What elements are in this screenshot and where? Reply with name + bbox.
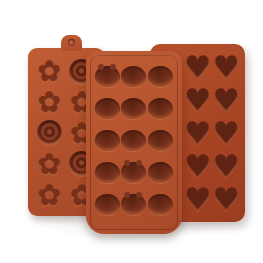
heart-glyph: ♥ [184, 118, 211, 148]
cavity-daisy: ✿ [38, 88, 61, 116]
cavity-crab [148, 66, 173, 87]
cavity-heart: ♥ [184, 118, 211, 148]
cavity-daisy: ✿ [38, 150, 61, 178]
cavity-rose [37, 120, 62, 145]
heart-glyph: ♥ [212, 52, 239, 82]
cavity-snail [148, 194, 173, 215]
hanging-tab [61, 35, 82, 51]
daisy-glyph: ✿ [38, 181, 61, 209]
heart-glyph: ♥ [184, 52, 211, 82]
cavity-heart: ♥ [212, 151, 239, 181]
cavity-bear [121, 194, 146, 215]
daisy-glyph: ✿ [38, 88, 61, 116]
cavity-bear [121, 162, 146, 183]
cavity-squirrel [95, 98, 120, 119]
heart-glyph: ♥ [184, 184, 211, 214]
cavity-heart: ♥ [184, 52, 211, 82]
cavity-daisy: ✿ [38, 57, 61, 85]
cavity-fish [121, 66, 146, 87]
cavity-heart: ♥ [184, 151, 211, 181]
cavity-ladybug [95, 194, 120, 215]
cavity-hedgehog [121, 98, 146, 119]
heart-glyph: ♥ [184, 85, 211, 115]
cavity-daisy: ✿ [38, 181, 61, 209]
heart-glyph: ♥ [212, 85, 239, 115]
cavity-whale [95, 162, 120, 183]
cavity-heart: ♥ [212, 118, 239, 148]
cavity-heart: ♥ [212, 85, 239, 115]
heart-glyph: ♥ [212, 118, 239, 148]
cavity-frog [148, 162, 173, 183]
cavity-heart: ♥ [212, 52, 239, 82]
cavity-bear [95, 66, 120, 87]
cavity-heart: ♥ [184, 85, 211, 115]
daisy-glyph: ✿ [38, 150, 61, 178]
daisy-glyph: ✿ [38, 57, 61, 85]
hanging-hole [68, 39, 75, 46]
heart-glyph: ♥ [212, 184, 239, 214]
heart-glyph: ♥ [212, 151, 239, 181]
cavity-turtle [121, 130, 146, 151]
cavity-fish [95, 130, 120, 151]
animal-chocolate-mold [86, 51, 182, 234]
animal-cavity-grid [94, 61, 174, 220]
product-photo: ♥♥♥♥♥♥♥♥♥♥♥♥♥♥♥ ✿✿✿✿✿✿✿ [0, 0, 263, 263]
cavity-heart: ♥ [184, 184, 211, 214]
cavity-pig [148, 130, 173, 151]
heart-glyph: ♥ [184, 151, 211, 181]
cavity-rabbit [148, 98, 173, 119]
cavity-heart: ♥ [212, 184, 239, 214]
